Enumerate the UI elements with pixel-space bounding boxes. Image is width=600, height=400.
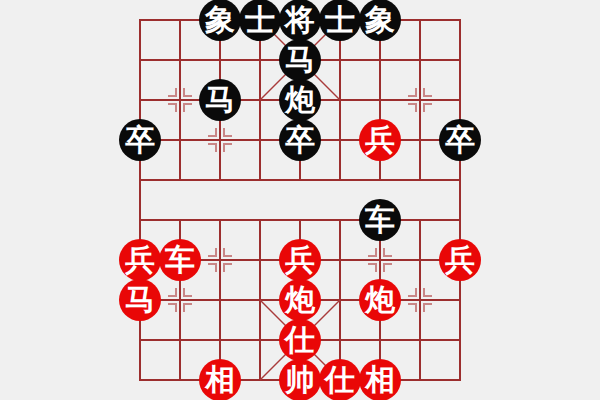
piece-red-cannon[interactable]: 炮 bbox=[279, 279, 321, 321]
piece-red-soldier[interactable]: 兵 bbox=[279, 239, 321, 281]
piece-red-advisor[interactable]: 仕 bbox=[279, 319, 321, 361]
piece-black-soldier[interactable]: 卒 bbox=[119, 119, 161, 161]
piece-black-elephant[interactable]: 象 bbox=[199, 0, 241, 41]
piece-black-advisor[interactable]: 士 bbox=[239, 0, 281, 41]
piece-red-advisor[interactable]: 仕 bbox=[319, 359, 361, 400]
pieces-layer: 象士将士象马马炮卒卒兵卒车兵车兵兵马炮炮仕相帅仕相 bbox=[0, 0, 600, 400]
piece-red-elephant[interactable]: 相 bbox=[359, 359, 401, 400]
piece-red-elephant[interactable]: 相 bbox=[199, 359, 241, 400]
piece-black-elephant[interactable]: 象 bbox=[359, 0, 401, 41]
piece-red-chariot[interactable]: 车 bbox=[159, 239, 201, 281]
xiangqi-board[interactable]: 象士将士象马马炮卒卒兵卒车兵车兵兵马炮炮仕相帅仕相 bbox=[0, 0, 600, 400]
piece-black-advisor[interactable]: 士 bbox=[319, 0, 361, 41]
page-background: 象士将士象马马炮卒卒兵卒车兵车兵兵马炮炮仕相帅仕相 bbox=[0, 0, 600, 400]
piece-red-soldier[interactable]: 兵 bbox=[439, 239, 481, 281]
piece-red-soldier[interactable]: 兵 bbox=[119, 239, 161, 281]
piece-red-cannon[interactable]: 炮 bbox=[359, 279, 401, 321]
piece-red-soldier[interactable]: 兵 bbox=[359, 119, 401, 161]
piece-black-cannon[interactable]: 炮 bbox=[279, 79, 321, 121]
piece-black-soldier[interactable]: 卒 bbox=[279, 119, 321, 161]
piece-black-horse[interactable]: 马 bbox=[279, 39, 321, 81]
piece-red-general[interactable]: 帅 bbox=[279, 359, 321, 400]
piece-black-soldier[interactable]: 卒 bbox=[439, 119, 481, 161]
piece-black-chariot[interactable]: 车 bbox=[359, 199, 401, 241]
piece-black-horse[interactable]: 马 bbox=[199, 79, 241, 121]
piece-red-horse[interactable]: 马 bbox=[119, 279, 161, 321]
piece-black-general[interactable]: 将 bbox=[279, 0, 321, 41]
